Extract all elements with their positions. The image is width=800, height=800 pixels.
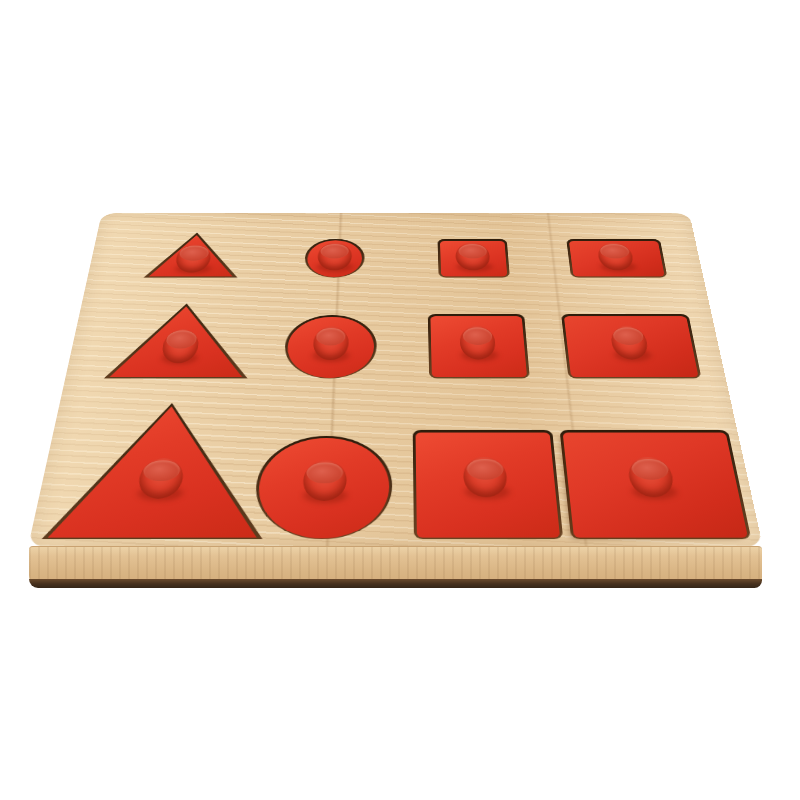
cell-square-medium [426, 314, 528, 379]
piece-circle-medium[interactable] [285, 317, 374, 378]
recess-square-small-wide [566, 239, 667, 278]
piece-circle-small[interactable] [306, 240, 362, 277]
puzzle-board [28, 213, 763, 547]
photo-canvas [0, 0, 800, 800]
knob-square-medium[interactable] [460, 326, 497, 360]
recess-circle-medium [282, 315, 376, 378]
cell-square-small-wide [573, 239, 674, 278]
knob-circle-large[interactable] [302, 461, 347, 502]
knob-top-face [316, 328, 346, 346]
knob-square-large[interactable] [463, 457, 508, 498]
cell-triangle-medium [76, 303, 229, 378]
piece-square-medium[interactable] [431, 316, 528, 377]
puzzle-grid [28, 213, 763, 547]
cell-square-small [436, 239, 508, 278]
recess-square-medium-wide [561, 314, 701, 379]
piece-triangle-large[interactable] [48, 406, 268, 537]
knob-square-small[interactable] [455, 243, 490, 271]
recess-square-small [437, 239, 509, 278]
recess-triangle-medium [104, 303, 255, 378]
board-bottom-shadow-strip [29, 579, 762, 588]
piece-triangle-small[interactable] [149, 235, 238, 276]
piece-square-large-wide[interactable] [562, 433, 747, 538]
piece-square-medium-wide[interactable] [564, 316, 699, 377]
knob-circle-medium[interactable] [312, 326, 349, 360]
knob-top-face [467, 459, 504, 480]
cell-square-medium-wide [569, 314, 710, 379]
cell-circle-medium [266, 315, 361, 378]
recess-square-large-wide [559, 430, 751, 539]
piece-square-small[interactable] [440, 241, 507, 277]
cell-square-large-wide [568, 430, 760, 539]
knob-top-face [462, 327, 492, 344]
knob-top-face [599, 244, 630, 258]
recess-circle-small [303, 239, 364, 278]
cell-circle-large [234, 436, 376, 539]
recess-square-large [413, 430, 564, 539]
knob-circle-small[interactable] [317, 242, 352, 270]
piece-square-large[interactable] [416, 433, 561, 538]
knob-square-medium-wide[interactable] [609, 326, 650, 360]
knob-triangle-small[interactable] [174, 245, 212, 273]
knob-square-small-wide[interactable] [597, 243, 635, 271]
knob-triangle-large[interactable] [136, 458, 185, 499]
recess-square-medium [428, 314, 530, 379]
knob-top-face [320, 244, 349, 258]
cell-triangle-small [118, 233, 218, 278]
piece-triangle-medium[interactable] [109, 306, 249, 377]
cell-circle-small [288, 239, 350, 278]
knob-triangle-medium[interactable] [160, 329, 200, 363]
piece-square-small-wide[interactable] [569, 241, 665, 277]
cell-triangle-large [11, 403, 245, 539]
piece-circle-large[interactable] [255, 438, 390, 538]
knob-square-large-wide[interactable] [626, 457, 676, 498]
recess-circle-large [252, 436, 393, 539]
recess-triangle-small [144, 233, 243, 278]
cell-square-large [411, 430, 561, 539]
knob-top-face [458, 244, 487, 258]
board-front-edge [29, 546, 762, 588]
